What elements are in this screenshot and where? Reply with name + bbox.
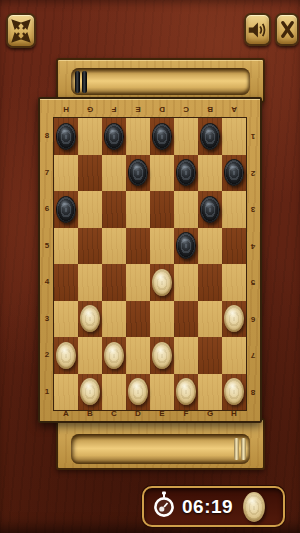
square-c3[interactable] — [102, 301, 126, 338]
square-h8[interactable] — [222, 118, 246, 155]
square-d8[interactable] — [126, 118, 150, 155]
rank-labels-left: 87654321 — [40, 118, 54, 410]
coordinate-label: C — [174, 105, 198, 113]
coordinate-label: 3 — [246, 191, 260, 228]
timer-value: 06:19 — [182, 496, 233, 518]
square-d6[interactable] — [126, 191, 150, 228]
square-d3[interactable] — [126, 301, 150, 338]
coordinate-label: B — [198, 105, 222, 113]
coordinate-label: 3 — [40, 301, 54, 338]
square-h6[interactable] — [222, 191, 246, 228]
square-a8[interactable] — [54, 118, 78, 155]
timer-panel: 06:19 — [142, 486, 285, 527]
coordinate-label: 8 — [40, 118, 54, 155]
square-f3[interactable] — [174, 301, 198, 338]
square-h4[interactable] — [222, 264, 246, 301]
checker-light-piece[interactable] — [224, 378, 244, 405]
checker-dark-piece[interactable] — [176, 232, 196, 259]
square-h5[interactable] — [222, 228, 246, 265]
square-g4[interactable] — [198, 264, 222, 301]
coordinate-label: 1 — [246, 118, 260, 155]
square-a6[interactable] — [54, 191, 78, 228]
app-window: ABCDEFGH ABCDEFGH 87654321 87654321 06:1… — [0, 0, 300, 533]
square-b3[interactable] — [78, 301, 102, 338]
captured-light-pieces — [71, 434, 250, 464]
checker-light-piece[interactable] — [104, 342, 124, 369]
square-b4[interactable] — [78, 264, 102, 301]
square-d7[interactable] — [126, 155, 150, 192]
turn-indicator-light-checker — [243, 492, 265, 522]
coordinate-label: C — [102, 410, 126, 418]
square-g1[interactable] — [198, 374, 222, 411]
square-b5[interactable] — [78, 228, 102, 265]
coordinate-label: B — [78, 410, 102, 418]
coordinate-label: 8 — [246, 374, 260, 411]
square-e1[interactable] — [150, 374, 174, 411]
square-g5[interactable] — [198, 228, 222, 265]
coordinate-label: G — [198, 410, 222, 418]
square-h7[interactable] — [222, 155, 246, 192]
checker-dark-piece[interactable] — [128, 159, 148, 186]
square-d2[interactable] — [126, 337, 150, 374]
square-b1[interactable] — [78, 374, 102, 411]
coordinate-label: 5 — [246, 264, 260, 301]
square-d1[interactable] — [126, 374, 150, 411]
coordinate-label: A — [222, 105, 246, 113]
checkers-board: ABCDEFGH ABCDEFGH 87654321 87654321 — [38, 97, 262, 423]
coordinate-label: 5 — [40, 228, 54, 265]
square-b8[interactable] — [78, 118, 102, 155]
square-e8[interactable] — [150, 118, 174, 155]
coordinate-label: 2 — [40, 337, 54, 374]
square-g8[interactable] — [198, 118, 222, 155]
checker-light-piece[interactable] — [80, 305, 100, 332]
checker-dark-piece[interactable] — [200, 196, 220, 223]
coordinate-label: E — [126, 105, 150, 113]
checker-light-piece[interactable] — [152, 269, 172, 296]
rank-labels-right: 87654321 — [246, 118, 260, 410]
checker-light-piece[interactable] — [152, 342, 172, 369]
close-button[interactable] — [275, 13, 299, 46]
square-f2[interactable] — [174, 337, 198, 374]
stopwatch-icon — [153, 491, 175, 522]
square-h3[interactable] — [222, 301, 246, 338]
checker-light-piece[interactable] — [176, 378, 196, 405]
square-f5[interactable] — [174, 228, 198, 265]
square-e6[interactable] — [150, 191, 174, 228]
coordinate-label: F — [102, 105, 126, 113]
captured-light-checker — [241, 438, 246, 460]
checker-dark-piece[interactable] — [56, 196, 76, 223]
square-a3[interactable] — [54, 301, 78, 338]
coordinate-label: E — [150, 410, 174, 418]
checker-light-piece[interactable] — [56, 342, 76, 369]
square-a1[interactable] — [54, 374, 78, 411]
coordinate-label: D — [126, 410, 150, 418]
captured-dark-checker — [75, 71, 80, 93]
square-c1[interactable] — [102, 374, 126, 411]
checker-dark-piece[interactable] — [224, 159, 244, 186]
square-f8[interactable] — [174, 118, 198, 155]
square-f6[interactable] — [174, 191, 198, 228]
square-a7[interactable] — [54, 155, 78, 192]
coordinate-label: 4 — [40, 264, 54, 301]
square-e7[interactable] — [150, 155, 174, 192]
square-f1[interactable] — [174, 374, 198, 411]
square-a4[interactable] — [54, 264, 78, 301]
square-f7[interactable] — [174, 155, 198, 192]
file-labels-top: ABCDEFGH — [54, 102, 246, 116]
coordinate-label: A — [54, 410, 78, 418]
checker-light-piece[interactable] — [224, 305, 244, 332]
checker-dark-piece[interactable] — [200, 123, 220, 150]
square-h2[interactable] — [222, 337, 246, 374]
captured-dark-checker — [82, 71, 87, 93]
coordinate-label: H — [222, 410, 246, 418]
square-b6[interactable] — [78, 191, 102, 228]
captured-dark-pieces — [71, 68, 250, 95]
coordinate-label: 6 — [246, 301, 260, 338]
checker-dark-piece[interactable] — [104, 123, 124, 150]
coordinate-label: G — [78, 105, 102, 113]
square-g2[interactable] — [198, 337, 222, 374]
square-a5[interactable] — [54, 228, 78, 265]
coordinate-label: 1 — [40, 374, 54, 411]
square-g6[interactable] — [198, 191, 222, 228]
coordinate-label: 6 — [40, 191, 54, 228]
square-g7[interactable] — [198, 155, 222, 192]
square-c7[interactable] — [102, 155, 126, 192]
speaker-icon — [247, 19, 268, 41]
square-b2[interactable] — [78, 337, 102, 374]
square-c5[interactable] — [102, 228, 126, 265]
square-c4[interactable] — [102, 264, 126, 301]
board-squares — [54, 118, 246, 410]
square-e4[interactable] — [150, 264, 174, 301]
coordinate-label: 7 — [246, 337, 260, 374]
checker-light-piece[interactable] — [80, 378, 100, 405]
top-tray-groove — [71, 68, 250, 95]
sound-button[interactable] — [244, 13, 271, 46]
square-c2[interactable] — [102, 337, 126, 374]
square-h1[interactable] — [222, 374, 246, 411]
square-e3[interactable] — [150, 301, 174, 338]
coordinate-label: 7 — [40, 155, 54, 192]
checker-dark-piece[interactable] — [56, 123, 76, 150]
square-d5[interactable] — [126, 228, 150, 265]
square-c8[interactable] — [102, 118, 126, 155]
coordinate-label: H — [54, 105, 78, 113]
square-c6[interactable] — [102, 191, 126, 228]
square-d4[interactable] — [126, 264, 150, 301]
checker-dark-piece[interactable] — [176, 159, 196, 186]
checker-light-piece[interactable] — [128, 378, 148, 405]
square-b7[interactable] — [78, 155, 102, 192]
coordinate-label: 4 — [246, 228, 260, 265]
fullscreen-button[interactable] — [6, 13, 36, 48]
bottom-tray-groove — [71, 434, 250, 464]
bottom-capture-tray — [56, 418, 265, 470]
square-e5[interactable] — [150, 228, 174, 265]
captured-light-checker — [234, 438, 239, 460]
x-close-icon — [279, 18, 296, 41]
fullscreen-arrows-icon — [11, 19, 31, 43]
square-a2[interactable] — [54, 337, 78, 374]
square-e2[interactable] — [150, 337, 174, 374]
coordinate-label: 2 — [246, 155, 260, 192]
coordinate-label: D — [150, 105, 174, 113]
checker-dark-piece[interactable] — [152, 123, 172, 150]
coordinate-label: F — [174, 410, 198, 418]
square-g3[interactable] — [198, 301, 222, 338]
square-f4[interactable] — [174, 264, 198, 301]
